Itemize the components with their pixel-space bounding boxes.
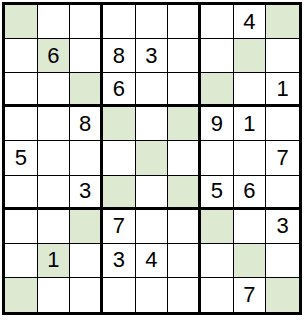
cell-r7c4[interactable]: 7 (103, 210, 136, 244)
cell-r3c8[interactable] (234, 73, 267, 107)
cell-r8c3[interactable] (70, 244, 103, 278)
cell-r6c6[interactable] (168, 176, 201, 210)
cell-r4c9[interactable] (266, 107, 299, 141)
cell-r3c4[interactable]: 6 (103, 73, 136, 107)
cell-r3c6[interactable] (168, 73, 201, 107)
cell-r1c9[interactable] (266, 5, 299, 39)
cell-r3c3[interactable] (70, 73, 103, 107)
cell-r1c8[interactable]: 4 (234, 5, 267, 39)
cell-r9c2[interactable] (38, 278, 71, 312)
cell-r5c2[interactable] (38, 141, 71, 175)
cell-r1c3[interactable] (70, 5, 103, 39)
cell-r5c8[interactable] (234, 141, 267, 175)
cell-r6c7[interactable]: 5 (201, 176, 234, 210)
cell-r3c7[interactable] (201, 73, 234, 107)
cell-r8c4[interactable]: 3 (103, 244, 136, 278)
cell-r8c9[interactable] (266, 244, 299, 278)
cell-r4c8[interactable]: 1 (234, 107, 267, 141)
cell-r9c4[interactable] (103, 278, 136, 312)
sudoku-board: 46836189157356731347 (2, 2, 302, 315)
cell-r9c8[interactable]: 7 (234, 278, 267, 312)
cell-r3c1[interactable] (5, 73, 38, 107)
cell-r5c4[interactable] (103, 141, 136, 175)
cell-r6c4[interactable] (103, 176, 136, 210)
cell-r2c1[interactable] (5, 39, 38, 73)
cell-r4c3[interactable]: 8 (70, 107, 103, 141)
cell-r7c9[interactable]: 3 (266, 210, 299, 244)
cell-r6c8[interactable]: 6 (234, 176, 267, 210)
cell-r8c2[interactable]: 1 (38, 244, 71, 278)
cell-r4c4[interactable] (103, 107, 136, 141)
board-wrapper: 46836189157356731347 (0, 0, 304, 317)
cell-r5c3[interactable] (70, 141, 103, 175)
cell-r6c9[interactable] (266, 176, 299, 210)
cell-r4c5[interactable] (136, 107, 169, 141)
cell-r2c3[interactable] (70, 39, 103, 73)
cell-r9c7[interactable] (201, 278, 234, 312)
cell-r7c3[interactable] (70, 210, 103, 244)
cell-r1c6[interactable] (168, 5, 201, 39)
cell-r3c9[interactable]: 1 (266, 73, 299, 107)
cell-r7c5[interactable] (136, 210, 169, 244)
cell-r7c2[interactable] (38, 210, 71, 244)
cell-r5c7[interactable] (201, 141, 234, 175)
cell-r5c6[interactable] (168, 141, 201, 175)
cell-r1c2[interactable] (38, 5, 71, 39)
cell-r8c1[interactable] (5, 244, 38, 278)
cell-r2c8[interactable] (234, 39, 267, 73)
cell-r9c9[interactable] (266, 278, 299, 312)
cell-r2c4[interactable]: 8 (103, 39, 136, 73)
cell-r3c5[interactable] (136, 73, 169, 107)
cell-r7c8[interactable] (234, 210, 267, 244)
cell-r1c7[interactable] (201, 5, 234, 39)
cell-r9c5[interactable] (136, 278, 169, 312)
cell-r8c6[interactable] (168, 244, 201, 278)
cell-r6c3[interactable]: 3 (70, 176, 103, 210)
cell-r7c7[interactable] (201, 210, 234, 244)
cell-r8c8[interactable] (234, 244, 267, 278)
cell-r1c1[interactable] (5, 5, 38, 39)
cell-r9c1[interactable] (5, 278, 38, 312)
cell-r2c5[interactable]: 3 (136, 39, 169, 73)
cell-r8c7[interactable] (201, 244, 234, 278)
cell-r5c1[interactable]: 5 (5, 141, 38, 175)
cell-r2c7[interactable] (201, 39, 234, 73)
cell-r6c5[interactable] (136, 176, 169, 210)
cell-r3c2[interactable] (38, 73, 71, 107)
cell-r1c5[interactable] (136, 5, 169, 39)
cell-r7c1[interactable] (5, 210, 38, 244)
cell-r4c7[interactable]: 9 (201, 107, 234, 141)
cell-r5c5[interactable] (136, 141, 169, 175)
cell-r2c6[interactable] (168, 39, 201, 73)
cell-r2c2[interactable]: 6 (38, 39, 71, 73)
cell-r4c1[interactable] (5, 107, 38, 141)
cell-r6c1[interactable] (5, 176, 38, 210)
cell-r4c6[interactable] (168, 107, 201, 141)
cell-r4c2[interactable] (38, 107, 71, 141)
cell-r8c5[interactable]: 4 (136, 244, 169, 278)
cell-r9c6[interactable] (168, 278, 201, 312)
cell-r7c6[interactable] (168, 210, 201, 244)
cell-r2c9[interactable] (266, 39, 299, 73)
cell-r6c2[interactable] (38, 176, 71, 210)
cell-r5c9[interactable]: 7 (266, 141, 299, 175)
cell-r1c4[interactable] (103, 5, 136, 39)
cell-r9c3[interactable] (70, 278, 103, 312)
